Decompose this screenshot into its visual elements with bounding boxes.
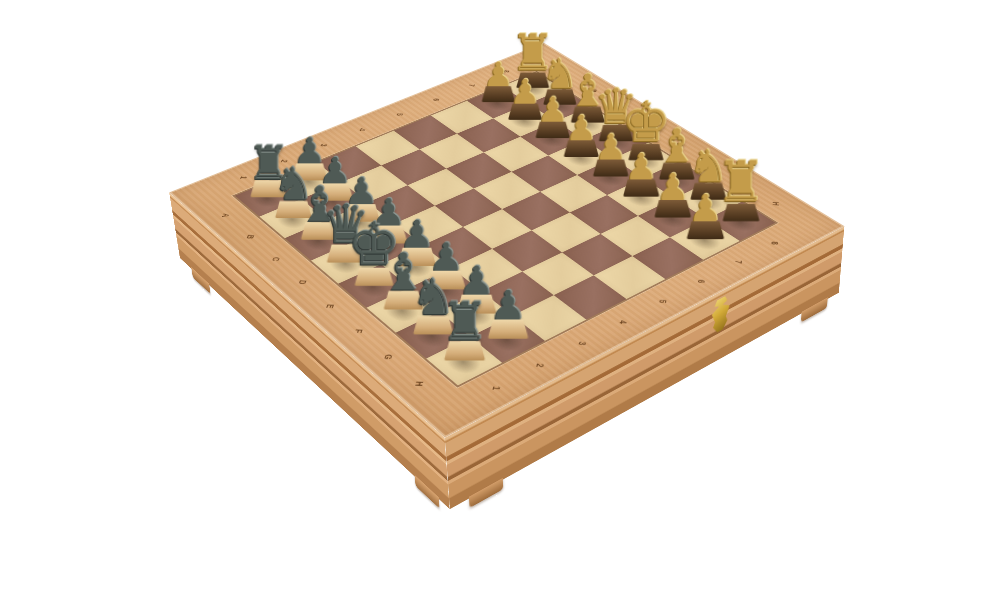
pewter-rook-glyph: ♜ — [440, 297, 488, 346]
rank-label-6-left: 6 — [431, 98, 441, 101]
piece-figure: ♜ — [427, 297, 501, 361]
chess-box: ♜♞♝♛♚♝♞♜♟♟♟♟♟♟♟♟♟♟♟♟♟♟♟♟♜♞♝♛♚♝♞♜ AABBCCD… — [180, 103, 839, 509]
piece-base — [443, 341, 484, 361]
piece-figure: ♟ — [671, 191, 738, 239]
brass-clasp-icon — [709, 292, 733, 337]
piece-base — [686, 221, 724, 239]
gold-pawn-glyph: ♟ — [688, 191, 722, 226]
product-photo: ♜♞♝♛♚♝♞♜♟♟♟♟♟♟♟♟♟♟♟♟♟♟♟♟♜♞♝♛♚♝♞♜ AABBCCD… — [0, 0, 1000, 600]
file-label-g-near: G — [382, 354, 395, 360]
